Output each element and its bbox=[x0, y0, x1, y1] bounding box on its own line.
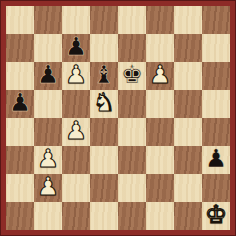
square-f6[interactable]: ♟ bbox=[146, 62, 174, 90]
square-d5[interactable]: ♞ bbox=[90, 90, 118, 118]
piece-black-pawn: ♟ bbox=[205, 146, 227, 173]
square-c8[interactable] bbox=[62, 6, 90, 34]
piece-white-pawn: ♟ bbox=[65, 118, 87, 145]
square-c6[interactable]: ♟ bbox=[62, 62, 90, 90]
square-a1[interactable] bbox=[6, 202, 34, 230]
square-e1[interactable] bbox=[118, 202, 146, 230]
piece-white-pawn: ♟ bbox=[37, 146, 59, 173]
square-a4[interactable] bbox=[6, 118, 34, 146]
square-a5[interactable]: ♟ bbox=[6, 90, 34, 118]
square-d1[interactable] bbox=[90, 202, 118, 230]
square-g7[interactable] bbox=[174, 34, 202, 62]
square-a8[interactable] bbox=[6, 6, 34, 34]
square-h4[interactable] bbox=[202, 118, 230, 146]
square-b5[interactable] bbox=[34, 90, 62, 118]
square-a2[interactable] bbox=[6, 174, 34, 202]
chess-board: ♟♟♟♝♚♟♟♞♟♟♟♟♚ bbox=[6, 6, 230, 230]
square-b7[interactable] bbox=[34, 34, 62, 62]
square-c1[interactable] bbox=[62, 202, 90, 230]
piece-white-pawn: ♟ bbox=[65, 62, 87, 89]
square-g6[interactable] bbox=[174, 62, 202, 90]
square-d3[interactable] bbox=[90, 146, 118, 174]
square-b4[interactable] bbox=[34, 118, 62, 146]
piece-black-king: ♚ bbox=[121, 62, 143, 89]
square-g1[interactable] bbox=[174, 202, 202, 230]
square-e2[interactable] bbox=[118, 174, 146, 202]
square-h3[interactable]: ♟ bbox=[202, 146, 230, 174]
piece-black-bishop: ♝ bbox=[93, 62, 115, 89]
square-f3[interactable] bbox=[146, 146, 174, 174]
square-h8[interactable] bbox=[202, 6, 230, 34]
square-b1[interactable] bbox=[34, 202, 62, 230]
piece-black-pawn: ♟ bbox=[65, 34, 87, 61]
square-d2[interactable] bbox=[90, 174, 118, 202]
square-g4[interactable] bbox=[174, 118, 202, 146]
square-e4[interactable] bbox=[118, 118, 146, 146]
square-a6[interactable] bbox=[6, 62, 34, 90]
square-g2[interactable] bbox=[174, 174, 202, 202]
square-b2[interactable]: ♟ bbox=[34, 174, 62, 202]
square-f1[interactable] bbox=[146, 202, 174, 230]
square-b3[interactable]: ♟ bbox=[34, 146, 62, 174]
square-h1[interactable]: ♚ bbox=[202, 202, 230, 230]
square-c5[interactable] bbox=[62, 90, 90, 118]
square-g3[interactable] bbox=[174, 146, 202, 174]
chess-board-frame: ♟♟♟♝♚♟♟♞♟♟♟♟♚ bbox=[0, 0, 236, 236]
square-d4[interactable] bbox=[90, 118, 118, 146]
square-b6[interactable]: ♟ bbox=[34, 62, 62, 90]
piece-white-knight: ♞ bbox=[93, 90, 115, 117]
square-h5[interactable] bbox=[202, 90, 230, 118]
piece-white-king: ♚ bbox=[205, 202, 227, 229]
square-a7[interactable] bbox=[6, 34, 34, 62]
square-c3[interactable] bbox=[62, 146, 90, 174]
square-f8[interactable] bbox=[146, 6, 174, 34]
square-f7[interactable] bbox=[146, 34, 174, 62]
square-d6[interactable]: ♝ bbox=[90, 62, 118, 90]
square-e5[interactable] bbox=[118, 90, 146, 118]
square-e3[interactable] bbox=[118, 146, 146, 174]
square-a3[interactable] bbox=[6, 146, 34, 174]
square-e7[interactable] bbox=[118, 34, 146, 62]
square-f2[interactable] bbox=[146, 174, 174, 202]
square-d7[interactable] bbox=[90, 34, 118, 62]
square-c7[interactable]: ♟ bbox=[62, 34, 90, 62]
square-g5[interactable] bbox=[174, 90, 202, 118]
piece-black-pawn: ♟ bbox=[37, 62, 59, 89]
square-f4[interactable] bbox=[146, 118, 174, 146]
square-b8[interactable] bbox=[34, 6, 62, 34]
square-d8[interactable] bbox=[90, 6, 118, 34]
square-f5[interactable] bbox=[146, 90, 174, 118]
square-h6[interactable] bbox=[202, 62, 230, 90]
square-h2[interactable] bbox=[202, 174, 230, 202]
piece-white-pawn: ♟ bbox=[37, 174, 59, 201]
square-c2[interactable] bbox=[62, 174, 90, 202]
piece-black-pawn: ♟ bbox=[9, 90, 31, 117]
square-e8[interactable] bbox=[118, 6, 146, 34]
square-g8[interactable] bbox=[174, 6, 202, 34]
square-c4[interactable]: ♟ bbox=[62, 118, 90, 146]
square-h7[interactable] bbox=[202, 34, 230, 62]
square-e6[interactable]: ♚ bbox=[118, 62, 146, 90]
piece-white-pawn: ♟ bbox=[149, 62, 171, 89]
